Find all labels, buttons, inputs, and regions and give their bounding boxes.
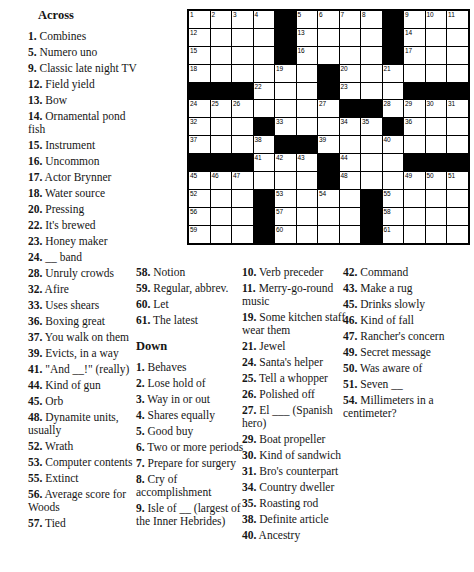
clue-number: 36. [28, 315, 42, 327]
clue-number: 14. [28, 110, 42, 122]
grid-cell[interactable] [340, 136, 361, 153]
clue-item: 5. Good buy [136, 425, 244, 438]
clue-item: 49. Secret message [343, 346, 465, 359]
clue-item: 19. Some kitchen staff wear them [242, 311, 350, 337]
grid-cell[interactable] [232, 208, 253, 225]
clue-item: 59. Regular, abbrev. [136, 282, 244, 295]
black-square [211, 154, 232, 171]
cell-number: 20 [341, 65, 348, 73]
grid-cell[interactable] [447, 136, 468, 153]
cell-number: 29 [405, 100, 412, 108]
black-square [447, 83, 468, 100]
grid-cell[interactable] [447, 118, 468, 135]
clue-item: 36. Boxing great [28, 315, 144, 328]
clue-number: 23. [28, 235, 42, 247]
grid-cell[interactable]: 55 [383, 190, 404, 207]
black-square [383, 47, 404, 64]
across-clue-list-2: 58. Notion59. Regular, abbrev.60. Let61.… [136, 266, 244, 327]
clue-number: 22. [28, 219, 42, 231]
cell-number: 32 [190, 118, 197, 126]
clue-item: 35. Roasting rod [242, 497, 350, 510]
clue-number: 25. [242, 372, 256, 384]
clue-item: 12. Field yield [28, 78, 144, 91]
grid-cell[interactable]: 30 [426, 100, 447, 117]
cell-number: 19 [276, 65, 283, 73]
clue-item: 18. Water source [28, 187, 144, 200]
grid-cell[interactable]: 34 [340, 118, 361, 135]
grid-cell[interactable] [232, 118, 253, 135]
clue-number: 45. [343, 298, 357, 310]
clue-number: 30. [242, 449, 256, 461]
grid-cell[interactable]: 1 [189, 11, 210, 28]
grid-cell[interactable] [254, 100, 275, 117]
clue-item: 5. Numero uno [28, 46, 144, 59]
down-clues-column-3: 10. Verb preceder11. Merry-go-round musi… [242, 266, 350, 545]
clue-number: 24. [28, 251, 42, 263]
clue-number: 54. [343, 394, 357, 406]
cell-number: 8 [362, 11, 366, 19]
grid-cell[interactable]: 49 [404, 172, 425, 189]
black-square [297, 136, 318, 153]
grid-cell[interactable]: 17 [404, 47, 425, 64]
black-square [340, 100, 361, 117]
cell-number: 6 [319, 11, 323, 19]
cell-number: 13 [298, 29, 305, 37]
grid-cell[interactable] [254, 65, 275, 82]
clue-number: 51. [343, 378, 357, 390]
cell-number: 27 [319, 100, 326, 108]
clue-item: 3. Way in or out [136, 393, 244, 406]
clue-item: 52. Wrath [28, 440, 144, 453]
clue-number: 16. [28, 155, 42, 167]
grid-cell[interactable] [297, 65, 318, 82]
clue-number: 37. [28, 331, 42, 343]
clue-item: 6. Two or more periods [136, 441, 244, 454]
black-square [318, 154, 339, 171]
clue-item: 8. Cry of accomplishment [136, 473, 244, 499]
clue-item: 45. Drinks slowly [343, 298, 465, 311]
grid-cell[interactable]: 6 [318, 11, 339, 28]
grid-cell[interactable] [297, 100, 318, 117]
clue-item: 10. Verb preceder [242, 266, 350, 279]
grid-cell[interactable] [426, 136, 447, 153]
clue-number: 57. [28, 517, 42, 529]
clue-number: 5. [136, 425, 145, 437]
black-square [318, 172, 339, 189]
clue-number: 38. [242, 513, 256, 525]
clue-item: 41. "And __!" (really) [28, 363, 144, 376]
grid-cell[interactable]: 7 [340, 11, 361, 28]
black-square [318, 83, 339, 100]
clue-item: 37. You walk on them [28, 331, 144, 344]
clue-number: 8. [136, 473, 145, 485]
grid-cell[interactable]: 19 [275, 65, 296, 82]
clue-item: 20. Pressing [28, 203, 144, 216]
black-square [383, 11, 404, 28]
cell-number: 11 [448, 11, 455, 19]
clue-item: 31. Bro's counterpart [242, 465, 350, 478]
grid-cell[interactable] [383, 154, 404, 171]
clue-number: 55. [28, 472, 42, 484]
grid-cell[interactable] [340, 190, 361, 207]
black-square [232, 154, 253, 171]
cell-number: 51 [448, 172, 455, 180]
grid-cell[interactable]: 22 [254, 83, 275, 100]
grid-cell[interactable] [211, 118, 232, 135]
grid-cell[interactable] [426, 118, 447, 135]
clue-item: 27. El ___ (Spanish hero) [242, 404, 350, 430]
cell-number: 59 [190, 226, 197, 234]
clue-item: 26. Polished off [242, 388, 350, 401]
grid-cell[interactable] [232, 226, 253, 243]
grid-cell[interactable] [232, 190, 253, 207]
clue-item: 44. Kind of gun [28, 379, 144, 392]
grid-cell[interactable] [318, 47, 339, 64]
grid-cell[interactable] [211, 226, 232, 243]
clue-number: 31. [242, 465, 256, 477]
grid-cell[interactable]: 45 [189, 172, 210, 189]
grid-cell[interactable] [318, 208, 339, 225]
grid-cell[interactable] [297, 226, 318, 243]
clue-number: 56. [28, 488, 42, 500]
cell-number: 17 [405, 47, 412, 55]
grid-cell[interactable] [447, 47, 468, 64]
cell-number: 12 [190, 29, 197, 37]
cell-number: 42 [276, 154, 283, 162]
clue-item: 16. Uncommon [28, 155, 144, 168]
grid-cell[interactable] [318, 118, 339, 135]
grid-cell[interactable]: 33 [275, 118, 296, 135]
grid-cell[interactable] [275, 100, 296, 117]
clue-item: 47. Rancher's concern [343, 330, 465, 343]
grid-cell[interactable]: 11 [447, 11, 468, 28]
grid-cell[interactable]: 29 [404, 100, 425, 117]
across-clues-column-1: Across 1. Combines5. Numero uno9. Classi… [28, 8, 144, 533]
grid-cell[interactable]: 57 [275, 208, 296, 225]
grid-cell[interactable]: 24 [189, 100, 210, 117]
across-header: Across [38, 8, 144, 22]
grid-cell[interactable]: 47 [232, 172, 253, 189]
down-clue-list-1: 1. Behaves2. Lose hold of3. Way in or ou… [136, 361, 244, 528]
grid-cell[interactable]: 16 [297, 47, 318, 64]
grid-cell[interactable] [447, 208, 468, 225]
grid-cell[interactable]: 2 [211, 11, 232, 28]
grid-cell[interactable]: 23 [340, 83, 361, 100]
clue-number: 18. [28, 187, 42, 199]
grid-cell[interactable]: 56 [189, 208, 210, 225]
grid-cell[interactable] [361, 136, 382, 153]
grid-cell[interactable] [361, 29, 382, 46]
clue-number: 26. [242, 388, 256, 400]
grid-cell[interactable]: 37 [189, 136, 210, 153]
clue-number: 7. [136, 457, 145, 469]
clue-item: 57. Tied [28, 517, 144, 530]
cell-number: 34 [341, 118, 348, 126]
grid-cell[interactable] [426, 190, 447, 207]
grid-cell[interactable]: 28 [383, 100, 404, 117]
cell-number: 10 [427, 11, 434, 19]
clue-item: 38. Definite article [242, 513, 350, 526]
grid-cell[interactable] [447, 226, 468, 243]
grid-cell[interactable] [297, 190, 318, 207]
clue-item: 1. Behaves [136, 361, 244, 374]
clue-item: 14. Ornamental pond fish [28, 110, 144, 136]
grid-cell[interactable]: 20 [340, 65, 361, 82]
grid-cell[interactable] [232, 136, 253, 153]
clue-item: 22. It's brewed [28, 219, 144, 232]
clue-number: 39. [28, 347, 42, 359]
cell-number: 53 [276, 190, 283, 198]
grid-cell[interactable]: 39 [318, 136, 339, 153]
grid-cell[interactable]: 53 [275, 190, 296, 207]
cell-number: 31 [448, 100, 455, 108]
grid-cell[interactable]: 51 [447, 172, 468, 189]
clue-number: 40. [242, 529, 256, 541]
clue-item: 30. Kind of sandwich [242, 449, 350, 462]
black-square [254, 190, 275, 207]
grid-cell[interactable] [404, 190, 425, 207]
grid-cell[interactable]: 54 [318, 190, 339, 207]
clue-number: 3. [136, 393, 145, 405]
grid-cell[interactable] [447, 190, 468, 207]
down-clues-column-4: 42. Command43. Make a rug45. Drinks slow… [343, 266, 465, 423]
clue-number: 1. [136, 361, 145, 373]
clue-number: 15. [28, 139, 42, 151]
grid-cell[interactable] [297, 208, 318, 225]
down-header: Down [136, 339, 244, 353]
cell-number: 4 [255, 11, 259, 19]
black-square [426, 154, 447, 171]
cell-number: 24 [190, 100, 197, 108]
grid-cell[interactable]: 58 [383, 208, 404, 225]
grid-cell[interactable]: 31 [447, 100, 468, 117]
grid-cell[interactable]: 27 [318, 100, 339, 117]
grid-cell[interactable]: 14 [404, 29, 425, 46]
clue-item: 33. Uses shears [28, 299, 144, 312]
clue-item: 32. Afire [28, 283, 144, 296]
cell-number: 40 [384, 136, 391, 144]
grid-cell[interactable]: 18 [189, 65, 210, 82]
grid-cell[interactable] [340, 226, 361, 243]
clue-number: 9. [28, 62, 37, 74]
crossword-grid: 1234567891011121314151617181920212223242… [187, 9, 470, 245]
clue-item: 43. Make a rug [343, 282, 465, 295]
grid-cell[interactable]: 21 [383, 65, 404, 82]
grid-cell[interactable]: 13 [297, 29, 318, 46]
cell-number: 1 [190, 11, 194, 19]
clue-number: 27. [242, 404, 256, 416]
cell-number: 15 [190, 47, 197, 55]
grid-cell[interactable] [404, 65, 425, 82]
grid-cell[interactable] [361, 47, 382, 64]
grid-cell[interactable] [297, 172, 318, 189]
cell-number: 5 [298, 11, 302, 19]
grid-cell[interactable]: 10 [426, 11, 447, 28]
grid-cell[interactable] [232, 65, 253, 82]
down-clue-list-3: 42. Command43. Make a rug45. Drinks slow… [343, 266, 465, 420]
grid-cell[interactable] [361, 83, 382, 100]
black-square [189, 154, 210, 171]
grid-cell[interactable] [361, 172, 382, 189]
grid-cell[interactable] [318, 226, 339, 243]
clue-number: 60. [136, 298, 150, 310]
cell-number: 46 [212, 172, 219, 180]
black-square [447, 154, 468, 171]
clue-number: 48. [28, 411, 42, 423]
clue-item: 42. Command [343, 266, 465, 279]
cell-number: 14 [405, 29, 412, 37]
cell-number: 54 [319, 190, 326, 198]
clue-number: 35. [242, 497, 256, 509]
clue-item: 9. Isle of __ (largest of the Inner Hebr… [136, 502, 244, 528]
black-square [426, 83, 447, 100]
grid-cell[interactable] [211, 47, 232, 64]
clue-number: 42. [343, 266, 357, 278]
grid-cell[interactable]: 59 [189, 226, 210, 243]
clue-item: 25. Tell a whopper [242, 372, 350, 385]
cell-number: 43 [298, 154, 305, 162]
clue-item: 7. Prepare for surgery [136, 457, 244, 470]
grid-cell[interactable] [232, 29, 253, 46]
black-square [361, 208, 382, 225]
grid-cell[interactable]: 5 [297, 11, 318, 28]
clue-number: 59. [136, 282, 150, 294]
cell-number: 18 [190, 65, 197, 73]
clue-number: 29. [242, 433, 256, 445]
grid-cell[interactable] [447, 29, 468, 46]
cell-number: 44 [341, 154, 348, 162]
grid-cell[interactable]: 26 [232, 100, 253, 117]
grid-cell[interactable]: 12 [189, 29, 210, 46]
clue-number: 43. [343, 282, 357, 294]
clue-item: 55. Extinct [28, 472, 144, 485]
black-square [189, 83, 210, 100]
clue-number: 13. [28, 94, 42, 106]
grid-cell[interactable] [426, 208, 447, 225]
clue-item: 28. Unruly crowds [28, 267, 144, 280]
grid-cell[interactable] [211, 208, 232, 225]
grid-cell[interactable]: 42 [275, 154, 296, 171]
grid-cell[interactable]: 44 [340, 154, 361, 171]
grid-cell[interactable]: 48 [340, 172, 361, 189]
grid-cell[interactable]: 9 [404, 11, 425, 28]
grid-cell[interactable] [340, 47, 361, 64]
grid-cell[interactable]: 41 [254, 154, 275, 171]
down-clue-list-2: 10. Verb preceder11. Merry-go-round musi… [242, 266, 350, 542]
black-square [361, 190, 382, 207]
grid-cell[interactable] [426, 65, 447, 82]
grid-cell[interactable] [426, 226, 447, 243]
clue-item: 23. Honey maker [28, 235, 144, 248]
black-square [361, 100, 382, 117]
grid-cell[interactable] [275, 83, 296, 100]
grid-cell[interactable] [232, 47, 253, 64]
grid-cell[interactable]: 50 [426, 172, 447, 189]
grid-cell[interactable] [211, 65, 232, 82]
cell-number: 52 [190, 190, 197, 198]
grid-cell[interactable]: 15 [189, 47, 210, 64]
clue-item: 9. Classic late night TV [28, 62, 144, 75]
grid-cell[interactable]: 35 [361, 118, 382, 135]
cell-number: 35 [362, 118, 369, 126]
grid-cell[interactable]: 4 [254, 11, 275, 28]
clue-number: 12. [28, 78, 42, 90]
clue-item: 1. Combines [28, 30, 144, 43]
grid-cell[interactable] [404, 136, 425, 153]
grid-cell[interactable]: 32 [189, 118, 210, 135]
grid-cell[interactable] [340, 208, 361, 225]
cell-number: 48 [341, 172, 348, 180]
grid-cell[interactable] [254, 172, 275, 189]
grid-cell[interactable] [361, 65, 382, 82]
grid-cell[interactable] [211, 29, 232, 46]
cell-number: 25 [212, 100, 219, 108]
grid-cell[interactable]: 52 [189, 190, 210, 207]
clue-item: 60. Let [136, 298, 244, 311]
grid-cell[interactable] [404, 226, 425, 243]
clue-number: 6. [136, 441, 145, 453]
clue-number: 5. [28, 46, 37, 58]
grid-cell[interactable] [254, 29, 275, 46]
grid-cell[interactable]: 8 [361, 11, 382, 28]
clue-item: 50. Was aware of [343, 362, 465, 375]
clue-number: 32. [28, 283, 42, 295]
cell-number: 50 [427, 172, 434, 180]
cell-number: 55 [384, 190, 391, 198]
grid-cell[interactable]: 38 [254, 136, 275, 153]
clue-number: 47. [343, 330, 357, 342]
grid-cell[interactable] [426, 47, 447, 64]
grid-cell[interactable] [254, 47, 275, 64]
clue-item: 29. Boat propeller [242, 433, 350, 446]
clue-number: 61. [136, 314, 150, 326]
clue-item: 24. __ band [28, 251, 144, 264]
grid-cell[interactable] [383, 83, 404, 100]
grid-cell[interactable]: 43 [297, 154, 318, 171]
cell-number: 30 [427, 100, 434, 108]
grid-cell[interactable]: 60 [275, 226, 296, 243]
grid-cell[interactable] [297, 83, 318, 100]
grid-cell[interactable]: 40 [383, 136, 404, 153]
grid-cell[interactable] [404, 208, 425, 225]
grid-cell[interactable] [318, 29, 339, 46]
grid-cell[interactable]: 36 [404, 118, 425, 135]
grid-cell[interactable] [211, 190, 232, 207]
grid-cell[interactable]: 61 [383, 226, 404, 243]
clue-number: 28. [28, 267, 42, 279]
clue-item: 39. Evicts, in a way [28, 347, 144, 360]
cell-number: 9 [405, 11, 409, 19]
grid-cell[interactable] [275, 172, 296, 189]
clue-item: 15. Instrument [28, 139, 144, 152]
grid-cell[interactable]: 46 [211, 172, 232, 189]
clue-number: 46. [343, 314, 357, 326]
cell-number: 36 [405, 118, 412, 126]
cell-number: 22 [255, 83, 262, 91]
grid-cell[interactable] [447, 65, 468, 82]
grid-cell[interactable]: 3 [232, 11, 253, 28]
grid-cell[interactable] [361, 154, 382, 171]
clue-number: 33. [28, 299, 42, 311]
grid-cell[interactable]: 25 [211, 100, 232, 117]
black-square [275, 11, 296, 28]
grid-cell[interactable] [297, 118, 318, 135]
grid-cell[interactable] [426, 29, 447, 46]
grid-cell[interactable] [383, 172, 404, 189]
grid-cell[interactable] [211, 136, 232, 153]
grid-cell[interactable] [340, 29, 361, 46]
across-clue-list-1: 1. Combines5. Numero uno9. Classic late … [28, 30, 144, 530]
